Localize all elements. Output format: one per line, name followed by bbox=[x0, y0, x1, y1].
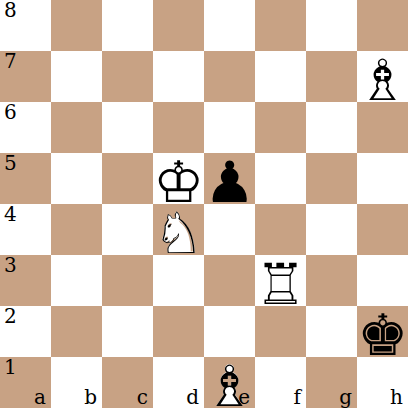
file-label-h: h bbox=[390, 387, 403, 407]
square-g8[interactable] bbox=[306, 0, 357, 51]
rank-label-8: 8 bbox=[4, 0, 17, 21]
rank-label-5: 5 bbox=[4, 153, 17, 174]
square-f3[interactable]: ♜♖ bbox=[255, 255, 306, 306]
square-c6[interactable] bbox=[102, 102, 153, 153]
square-g2[interactable] bbox=[306, 306, 357, 357]
square-c4[interactable] bbox=[102, 204, 153, 255]
square-d7[interactable] bbox=[153, 51, 204, 102]
square-d1[interactable]: d bbox=[153, 357, 204, 408]
square-f6[interactable] bbox=[255, 102, 306, 153]
square-a5[interactable]: 5 bbox=[0, 153, 51, 204]
square-b3[interactable] bbox=[51, 255, 102, 306]
square-a4[interactable]: 4 bbox=[0, 204, 51, 255]
square-d5[interactable]: ♚♔ bbox=[153, 153, 204, 204]
piece-white-rook: ♜♖ bbox=[255, 255, 306, 306]
square-a8[interactable]: 8 bbox=[0, 0, 51, 51]
white-knight-outline-glyph: ♘ bbox=[153, 205, 204, 262]
square-g3[interactable] bbox=[306, 255, 357, 306]
square-c3[interactable] bbox=[102, 255, 153, 306]
rank-label-6: 6 bbox=[4, 102, 17, 123]
square-d2[interactable] bbox=[153, 306, 204, 357]
square-e3[interactable] bbox=[204, 255, 255, 306]
square-b2[interactable] bbox=[51, 306, 102, 357]
square-h5[interactable] bbox=[357, 153, 408, 204]
square-g6[interactable] bbox=[306, 102, 357, 153]
chess-board: 87♝♗65♚♔♟4♞♘3♜♖2♚1abcde♝♗fgh bbox=[0, 0, 408, 408]
rank-label-3: 3 bbox=[4, 255, 17, 276]
square-e8[interactable] bbox=[204, 0, 255, 51]
square-g1[interactable]: g bbox=[306, 357, 357, 408]
file-label-d: d bbox=[186, 387, 199, 407]
square-e2[interactable] bbox=[204, 306, 255, 357]
square-f5[interactable] bbox=[255, 153, 306, 204]
square-g4[interactable] bbox=[306, 204, 357, 255]
black-king-glyph: ♚ bbox=[357, 307, 408, 364]
square-b8[interactable] bbox=[51, 0, 102, 51]
square-e5[interactable]: ♟ bbox=[204, 153, 255, 204]
square-a7[interactable]: 7 bbox=[0, 51, 51, 102]
square-b6[interactable] bbox=[51, 102, 102, 153]
square-c7[interactable] bbox=[102, 51, 153, 102]
square-d4[interactable]: ♞♘ bbox=[153, 204, 204, 255]
square-h4[interactable] bbox=[357, 204, 408, 255]
rank-label-7: 7 bbox=[4, 51, 17, 72]
piece-white-bishop: ♝♗ bbox=[357, 51, 408, 102]
piece-black-pawn: ♟ bbox=[204, 153, 255, 204]
square-a3[interactable]: 3 bbox=[0, 255, 51, 306]
white-rook-outline-glyph: ♖ bbox=[255, 256, 306, 313]
square-g5[interactable] bbox=[306, 153, 357, 204]
square-e7[interactable] bbox=[204, 51, 255, 102]
square-e6[interactable] bbox=[204, 102, 255, 153]
square-f8[interactable] bbox=[255, 0, 306, 51]
file-label-f: f bbox=[294, 387, 301, 407]
rank-label-4: 4 bbox=[4, 204, 17, 225]
piece-black-king: ♚ bbox=[357, 306, 408, 357]
square-b5[interactable] bbox=[51, 153, 102, 204]
piece-white-knight: ♞♘ bbox=[153, 204, 204, 255]
square-d8[interactable] bbox=[153, 0, 204, 51]
rank-label-1: 1 bbox=[4, 357, 17, 378]
piece-white-king: ♚♔ bbox=[153, 153, 204, 204]
white-bishop-outline-glyph: ♗ bbox=[357, 52, 408, 109]
square-h2[interactable]: ♚ bbox=[357, 306, 408, 357]
file-label-c: c bbox=[137, 387, 148, 407]
square-c1[interactable]: c bbox=[102, 357, 153, 408]
square-h3[interactable] bbox=[357, 255, 408, 306]
file-label-a: a bbox=[34, 387, 46, 407]
square-a2[interactable]: 2 bbox=[0, 306, 51, 357]
square-b4[interactable] bbox=[51, 204, 102, 255]
square-a1[interactable]: 1a bbox=[0, 357, 51, 408]
square-h7[interactable]: ♝♗ bbox=[357, 51, 408, 102]
square-c8[interactable] bbox=[102, 0, 153, 51]
square-d6[interactable] bbox=[153, 102, 204, 153]
square-f4[interactable] bbox=[255, 204, 306, 255]
square-h8[interactable] bbox=[357, 0, 408, 51]
black-pawn-glyph: ♟ bbox=[204, 154, 255, 211]
square-b7[interactable] bbox=[51, 51, 102, 102]
file-label-b: b bbox=[84, 387, 97, 407]
file-label-g: g bbox=[339, 387, 352, 407]
square-c5[interactable] bbox=[102, 153, 153, 204]
square-f1[interactable]: f bbox=[255, 357, 306, 408]
square-a6[interactable]: 6 bbox=[0, 102, 51, 153]
square-c2[interactable] bbox=[102, 306, 153, 357]
piece-white-bishop: ♝♗ bbox=[204, 357, 255, 408]
square-f7[interactable] bbox=[255, 51, 306, 102]
square-e1[interactable]: e♝♗ bbox=[204, 357, 255, 408]
white-bishop-outline-glyph: ♗ bbox=[204, 358, 255, 408]
square-b1[interactable]: b bbox=[51, 357, 102, 408]
rank-label-2: 2 bbox=[4, 306, 17, 327]
square-g7[interactable] bbox=[306, 51, 357, 102]
